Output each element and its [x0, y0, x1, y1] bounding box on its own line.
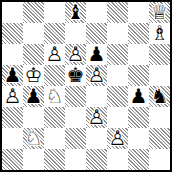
piece-glyph: ♚: [65, 65, 86, 86]
square-c7[interactable]: [44, 23, 65, 44]
piece-glyph: ♟: [23, 86, 44, 107]
square-h3[interactable]: [149, 107, 170, 128]
square-h6[interactable]: [149, 44, 170, 65]
square-a3[interactable]: [2, 107, 23, 128]
square-c5[interactable]: [44, 65, 65, 86]
square-b3[interactable]: [23, 107, 44, 128]
square-g2[interactable]: [128, 128, 149, 149]
square-c2[interactable]: [44, 128, 65, 149]
square-h5[interactable]: [149, 65, 170, 86]
piece-glyph: ♘: [23, 128, 44, 149]
square-g5[interactable]: [128, 65, 149, 86]
piece-glyph: ♟: [128, 86, 149, 107]
piece-glyph: ♝: [65, 2, 86, 23]
piece-glyph: ♙: [86, 107, 107, 128]
white-knight-icon: ♞♘: [44, 86, 65, 107]
square-f7[interactable]: [107, 23, 128, 44]
square-a5[interactable]: ♟♟: [2, 65, 23, 86]
square-d7[interactable]: [65, 23, 86, 44]
chess-board: ♝♝♛♕♝♗♟♙♟♙♟♟♟♟♚♔♚♚♟♙♟♙♟♟♞♘♟♟♞♞♟♙♞♘♟♙: [0, 0, 172, 172]
piece-glyph: ♕: [149, 2, 170, 23]
square-g8[interactable]: [128, 2, 149, 23]
square-h1[interactable]: [149, 149, 170, 170]
square-e4[interactable]: [86, 86, 107, 107]
square-a4[interactable]: ♟♙: [2, 86, 23, 107]
square-d6[interactable]: ♟♙: [65, 44, 86, 65]
piece-glyph: ♟: [2, 65, 23, 86]
square-g4[interactable]: ♟♟: [128, 86, 149, 107]
square-d4[interactable]: [65, 86, 86, 107]
square-b8[interactable]: [23, 2, 44, 23]
square-b4[interactable]: ♟♟: [23, 86, 44, 107]
square-e8[interactable]: [86, 2, 107, 23]
square-e1[interactable]: [86, 149, 107, 170]
piece-glyph: ♙: [44, 44, 65, 65]
square-e7[interactable]: [86, 23, 107, 44]
square-a1[interactable]: [2, 149, 23, 170]
piece-glyph: ♔: [23, 65, 44, 86]
white-king-icon: ♚♔: [23, 65, 44, 86]
black-pawn-icon: ♟♟: [2, 65, 23, 86]
white-bishop-icon: ♝♗: [149, 23, 170, 44]
square-c4[interactable]: ♞♘: [44, 86, 65, 107]
black-pawn-icon: ♟♟: [23, 86, 44, 107]
square-e2[interactable]: [86, 128, 107, 149]
square-h7[interactable]: ♝♗: [149, 23, 170, 44]
square-g7[interactable]: [128, 23, 149, 44]
square-b7[interactable]: [23, 23, 44, 44]
white-pawn-icon: ♟♙: [65, 44, 86, 65]
black-pawn-icon: ♟♟: [128, 86, 149, 107]
square-b2[interactable]: ♞♘: [23, 128, 44, 149]
square-f3[interactable]: [107, 107, 128, 128]
square-e6[interactable]: ♟♟: [86, 44, 107, 65]
piece-glyph: ♙: [107, 128, 128, 149]
piece-glyph: ♙: [2, 86, 23, 107]
square-d8[interactable]: ♝♝: [65, 2, 86, 23]
square-a6[interactable]: [2, 44, 23, 65]
square-a8[interactable]: [2, 2, 23, 23]
square-b5[interactable]: ♚♔: [23, 65, 44, 86]
square-f4[interactable]: [107, 86, 128, 107]
white-pawn-icon: ♟♙: [44, 44, 65, 65]
white-pawn-icon: ♟♙: [86, 65, 107, 86]
square-b1[interactable]: [23, 149, 44, 170]
black-bishop-icon: ♝♝: [65, 2, 86, 23]
square-d5[interactable]: ♚♚: [65, 65, 86, 86]
square-f5[interactable]: [107, 65, 128, 86]
piece-glyph: ♟: [86, 44, 107, 65]
square-c3[interactable]: [44, 107, 65, 128]
square-d3[interactable]: [65, 107, 86, 128]
piece-glyph: ♙: [86, 65, 107, 86]
square-g6[interactable]: [128, 44, 149, 65]
square-e5[interactable]: ♟♙: [86, 65, 107, 86]
square-f2[interactable]: ♟♙: [107, 128, 128, 149]
black-pawn-icon: ♟♟: [86, 44, 107, 65]
white-pawn-icon: ♟♙: [2, 86, 23, 107]
square-f6[interactable]: [107, 44, 128, 65]
piece-glyph: ♙: [65, 44, 86, 65]
square-h8[interactable]: ♛♕: [149, 2, 170, 23]
square-e3[interactable]: ♟♙: [86, 107, 107, 128]
square-h4[interactable]: ♞♞: [149, 86, 170, 107]
piece-glyph: ♘: [44, 86, 65, 107]
square-f8[interactable]: [107, 2, 128, 23]
square-d2[interactable]: [65, 128, 86, 149]
white-knight-icon: ♞♘: [23, 128, 44, 149]
square-a2[interactable]: [2, 128, 23, 149]
square-g3[interactable]: [128, 107, 149, 128]
black-king-icon: ♚♚: [65, 65, 86, 86]
square-g1[interactable]: [128, 149, 149, 170]
square-b6[interactable]: [23, 44, 44, 65]
square-c8[interactable]: [44, 2, 65, 23]
piece-glyph: ♗: [149, 23, 170, 44]
square-c1[interactable]: [44, 149, 65, 170]
black-knight-icon: ♞♞: [149, 86, 170, 107]
square-f1[interactable]: [107, 149, 128, 170]
white-pawn-icon: ♟♙: [86, 107, 107, 128]
white-queen-icon: ♛♕: [149, 2, 170, 23]
square-d1[interactable]: [65, 149, 86, 170]
piece-glyph: ♞: [149, 86, 170, 107]
square-c6[interactable]: ♟♙: [44, 44, 65, 65]
square-h2[interactable]: [149, 128, 170, 149]
white-pawn-icon: ♟♙: [107, 128, 128, 149]
square-a7[interactable]: [2, 23, 23, 44]
